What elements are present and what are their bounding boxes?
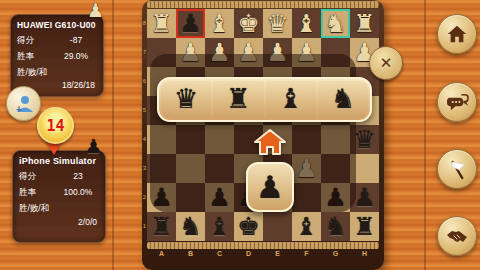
opponent-winrate-row: 胜率 29.0% [17, 51, 97, 63]
promotion-arrow-icon [253, 128, 287, 156]
square-a1[interactable]: ♜ [147, 212, 176, 241]
winrate-value: 29.0% [55, 51, 97, 63]
chat-button[interactable] [437, 82, 477, 122]
black-rook-piece: ♜ [226, 86, 250, 113]
piece-white-B: ♝ [295, 9, 317, 38]
player-score-row: 得分 23 [19, 171, 99, 183]
winrate-label: 胜率 [19, 187, 57, 199]
piece-black-N: ♞ [179, 212, 201, 241]
wood-plank-seam [112, 0, 114, 270]
resign-flag-icon [446, 158, 469, 181]
rank-label-6: 6 [142, 78, 147, 84]
timer-value: 14 [46, 117, 64, 135]
piece-black-N: ♞ [324, 212, 346, 241]
draw-offer-button[interactable] [437, 216, 477, 256]
rank-label-4: 4 [142, 136, 147, 142]
black-pawn-icon: ♟ [85, 137, 102, 156]
rank-label-5: 5 [142, 107, 147, 113]
square-f1[interactable]: ♝ [292, 212, 321, 241]
score-label: 得分 [19, 171, 57, 183]
square-a8[interactable]: ♜ [147, 9, 176, 38]
square-e8[interactable]: ♛ [263, 9, 292, 38]
home-icon [446, 23, 468, 45]
opponent-score-row: 得分 -87 [17, 35, 97, 47]
close-icon: ✕ [380, 54, 393, 72]
file-label-g: G [321, 250, 350, 257]
white-pawn-icon: ♟ [87, 1, 104, 20]
wood-plank-seam [424, 0, 426, 270]
black-queen-piece: ♛ [174, 86, 198, 113]
resign-button[interactable] [437, 149, 477, 189]
score-label: 得分 [17, 35, 55, 47]
file-label-f: F [292, 250, 321, 257]
square-e1[interactable] [263, 212, 292, 241]
move-timer: 14 [37, 107, 74, 144]
home-button[interactable] [437, 14, 477, 54]
piece-black-B: ♝ [295, 212, 317, 241]
square-c8[interactable]: ♝ [205, 9, 234, 38]
score-value: 23 [57, 171, 99, 183]
board-frame-ruler-top [147, 1, 379, 8]
file-label-h: H [350, 250, 379, 257]
player-name: iPhone Simulator [19, 156, 99, 166]
file-label-d: D [234, 250, 263, 257]
promote-to-rook[interactable]: ♜ [213, 81, 263, 118]
winrate-label: 胜率 [17, 51, 55, 63]
promote-to-knight[interactable]: ♞ [318, 81, 368, 118]
piece-black-P: ♟ [179, 9, 201, 38]
square-g1[interactable]: ♞ [321, 212, 350, 241]
promote-to-queen[interactable]: ♛ [161, 81, 211, 118]
piece-white-R: ♜ [353, 9, 375, 38]
person-plus-icon: + [13, 93, 35, 115]
black-knight-piece: ♞ [331, 86, 355, 113]
file-label-c: C [205, 250, 234, 257]
piece-white-Q: ♛ [266, 9, 288, 38]
promote-to-bishop[interactable]: ♝ [266, 81, 316, 118]
player-winrate-row: 胜率 100.0% [19, 187, 99, 199]
promotion-keep-pawn-cell[interactable]: ♟ [246, 162, 294, 212]
square-d8[interactable]: ♚ [234, 9, 263, 38]
opponent-name: HUAWEI G610-U00 [17, 20, 97, 30]
winrate-value: 100.0% [57, 187, 99, 199]
piece-white-R: ♜ [150, 9, 172, 38]
square-b8[interactable]: ♟ [176, 9, 205, 38]
record-label: 胜/败/和 [17, 67, 47, 79]
board-frame-ruler-bottom [147, 242, 379, 249]
close-dialog-button[interactable]: ✕ [369, 46, 403, 80]
square-d1[interactable]: ♚ [234, 212, 263, 241]
score-value: -87 [55, 35, 97, 47]
piece-white-N: ♞ [324, 9, 346, 38]
square-b1[interactable]: ♞ [176, 212, 205, 241]
piece-black-B: ♝ [208, 212, 230, 241]
promotion-choice-panel: ♛♜♝♞ [157, 77, 372, 122]
file-label-b: B [176, 250, 205, 257]
chat-icon [446, 91, 469, 114]
player-record-value-row: 2/0/0 [19, 217, 99, 227]
file-label-a: A [147, 250, 176, 257]
black-bishop-piece: ♝ [279, 86, 303, 113]
svg-text:+: + [16, 104, 22, 115]
add-friend-button[interactable]: + [6, 86, 41, 121]
player-record-row: 胜/败/和 [19, 203, 99, 215]
square-c1[interactable]: ♝ [205, 212, 234, 241]
square-f8[interactable]: ♝ [292, 9, 321, 38]
piece-white-K: ♚ [237, 9, 259, 38]
rank-label-8: 8 [142, 20, 147, 26]
piece-white-B: ♝ [208, 9, 230, 38]
piece-black-R: ♜ [353, 212, 375, 241]
opponent-record-row: 胜/败/和 [17, 67, 97, 79]
rank-label-7: 7 [142, 49, 147, 55]
black-pawn-piece: ♟ [256, 172, 284, 203]
square-g8[interactable]: ♞ [321, 9, 350, 38]
file-label-e: E [263, 250, 292, 257]
record-label: 胜/败/和 [19, 203, 49, 215]
file-labels: ABCDEFGH [147, 250, 379, 257]
player-panel: iPhone Simulator 得分 23 胜率 100.0% 胜/败/和 2… [12, 150, 106, 243]
square-h1[interactable]: ♜ [350, 212, 379, 241]
rank-label-2: 2 [142, 194, 147, 200]
piece-black-P: ♟ [353, 183, 375, 212]
piece-black-Q: ♛ [353, 125, 375, 154]
handshake-icon [445, 224, 469, 248]
rank-label-1: 1 [142, 223, 147, 229]
record-value: 2/0/0 [19, 217, 99, 227]
rank-label-3: 3 [142, 165, 147, 171]
piece-black-K: ♚ [237, 212, 259, 241]
opponent-panel: HUAWEI G610-U00 得分 -87 胜率 29.0% 胜/败/和 18… [10, 14, 104, 97]
chess-app-screen: { "game": "chess", "position": "RpBKQBNR… [0, 0, 480, 270]
square-h8[interactable]: ♜ [350, 9, 379, 38]
piece-black-R: ♜ [150, 212, 172, 241]
